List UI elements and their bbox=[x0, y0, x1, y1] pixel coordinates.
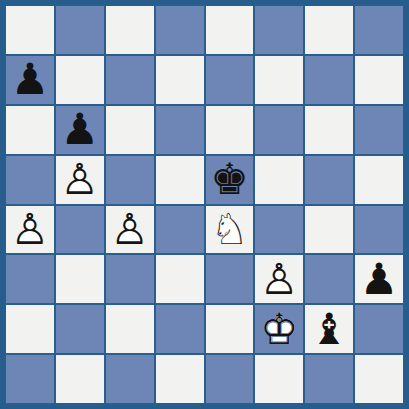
square-c6[interactable] bbox=[105, 105, 155, 155]
black-pawn-piece[interactable]: ♟ bbox=[5, 55, 55, 105]
white-pawn-piece[interactable]: ♟♙ bbox=[254, 254, 304, 304]
square-b6[interactable]: ♟ bbox=[55, 105, 105, 155]
square-a4[interactable]: ♟♙ bbox=[5, 205, 55, 255]
square-c4[interactable]: ♟♙ bbox=[105, 205, 155, 255]
square-e7[interactable] bbox=[205, 55, 255, 105]
square-b5[interactable]: ♟♙ bbox=[55, 155, 105, 205]
square-a8[interactable] bbox=[5, 5, 55, 55]
square-a6[interactable] bbox=[5, 105, 55, 155]
square-g8[interactable] bbox=[304, 5, 354, 55]
square-e2[interactable] bbox=[205, 304, 255, 354]
black-bishop-piece[interactable]: ♝ bbox=[304, 304, 354, 354]
square-c1[interactable] bbox=[105, 354, 155, 404]
square-g4[interactable] bbox=[304, 205, 354, 255]
white-piece-outline-layer: ♔ bbox=[254, 304, 304, 354]
square-h6[interactable] bbox=[354, 105, 404, 155]
square-e6[interactable] bbox=[205, 105, 255, 155]
square-f6[interactable] bbox=[254, 105, 304, 155]
square-e8[interactable] bbox=[205, 5, 255, 55]
black-king-piece[interactable]: ♚ bbox=[205, 155, 255, 205]
white-knight-piece[interactable]: ♞♘ bbox=[205, 205, 255, 255]
square-g1[interactable] bbox=[304, 354, 354, 404]
square-g7[interactable] bbox=[304, 55, 354, 105]
square-f7[interactable] bbox=[254, 55, 304, 105]
square-e3[interactable] bbox=[205, 254, 255, 304]
square-e1[interactable] bbox=[205, 354, 255, 404]
square-f4[interactable] bbox=[254, 205, 304, 255]
square-b4[interactable] bbox=[55, 205, 105, 255]
white-pawn-piece[interactable]: ♟♙ bbox=[55, 155, 105, 205]
square-a5[interactable] bbox=[5, 155, 55, 205]
square-d7[interactable] bbox=[155, 55, 205, 105]
square-g3[interactable] bbox=[304, 254, 354, 304]
square-d8[interactable] bbox=[155, 5, 205, 55]
chess-board: ♟♟♟♙♚♟♙♟♙♞♘♟♙♟♚♔♝ bbox=[0, 0, 409, 409]
square-f1[interactable] bbox=[254, 354, 304, 404]
square-a2[interactable] bbox=[5, 304, 55, 354]
square-e4[interactable]: ♞♘ bbox=[205, 205, 255, 255]
square-h1[interactable] bbox=[354, 354, 404, 404]
square-h4[interactable] bbox=[354, 205, 404, 255]
square-h5[interactable] bbox=[354, 155, 404, 205]
square-b1[interactable] bbox=[55, 354, 105, 404]
square-d1[interactable] bbox=[155, 354, 205, 404]
square-f3[interactable]: ♟♙ bbox=[254, 254, 304, 304]
square-d2[interactable] bbox=[155, 304, 205, 354]
white-piece-outline-layer: ♘ bbox=[205, 205, 255, 255]
square-c2[interactable] bbox=[105, 304, 155, 354]
board-grid: ♟♟♟♙♚♟♙♟♙♞♘♟♙♟♚♔♝ bbox=[5, 5, 404, 404]
black-pawn-piece[interactable]: ♟ bbox=[55, 105, 105, 155]
square-h8[interactable] bbox=[354, 5, 404, 55]
white-piece-outline-layer: ♙ bbox=[5, 205, 55, 255]
square-f2[interactable]: ♚♔ bbox=[254, 304, 304, 354]
square-b8[interactable] bbox=[55, 5, 105, 55]
square-c8[interactable] bbox=[105, 5, 155, 55]
square-e5[interactable]: ♚ bbox=[205, 155, 255, 205]
square-b3[interactable] bbox=[55, 254, 105, 304]
square-h7[interactable] bbox=[354, 55, 404, 105]
square-a3[interactable] bbox=[5, 254, 55, 304]
square-g6[interactable] bbox=[304, 105, 354, 155]
square-g5[interactable] bbox=[304, 155, 354, 205]
square-c3[interactable] bbox=[105, 254, 155, 304]
square-f8[interactable] bbox=[254, 5, 304, 55]
square-a1[interactable] bbox=[5, 354, 55, 404]
white-pawn-piece[interactable]: ♟♙ bbox=[105, 205, 155, 255]
square-d3[interactable] bbox=[155, 254, 205, 304]
white-piece-outline-layer: ♙ bbox=[254, 254, 304, 304]
square-b2[interactable] bbox=[55, 304, 105, 354]
white-pawn-piece[interactable]: ♟♙ bbox=[5, 205, 55, 255]
white-piece-outline-layer: ♙ bbox=[105, 205, 155, 255]
square-d5[interactable] bbox=[155, 155, 205, 205]
square-g2[interactable]: ♝ bbox=[304, 304, 354, 354]
square-h3[interactable]: ♟ bbox=[354, 254, 404, 304]
square-c7[interactable] bbox=[105, 55, 155, 105]
square-b7[interactable] bbox=[55, 55, 105, 105]
square-d6[interactable] bbox=[155, 105, 205, 155]
square-h2[interactable] bbox=[354, 304, 404, 354]
square-a7[interactable]: ♟ bbox=[5, 55, 55, 105]
square-d4[interactable] bbox=[155, 205, 205, 255]
black-pawn-piece[interactable]: ♟ bbox=[354, 254, 404, 304]
square-f5[interactable] bbox=[254, 155, 304, 205]
white-king-piece[interactable]: ♚♔ bbox=[254, 304, 304, 354]
white-piece-outline-layer: ♙ bbox=[55, 155, 105, 205]
square-c5[interactable] bbox=[105, 155, 155, 205]
